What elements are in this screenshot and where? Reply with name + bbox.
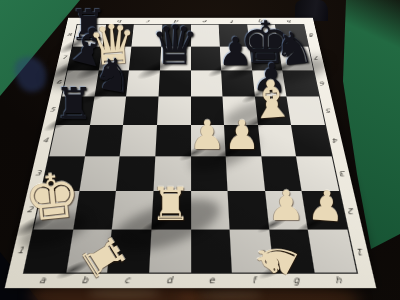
offboard-shadow-blob (11, 52, 51, 96)
square-e2[interactable] (190, 191, 229, 230)
piece-white-rook-d2[interactable]: ♜ (150, 182, 191, 228)
square-d1[interactable] (148, 230, 190, 273)
square-f2[interactable] (227, 191, 268, 230)
square-d4[interactable] (155, 125, 190, 156)
piece-white-king-a2[interactable]: ♚ (22, 164, 84, 232)
file-label-a: a (19, 274, 64, 288)
square-d5[interactable] (156, 96, 190, 125)
piece-white-pawn-f4[interactable]: ♟ (224, 116, 260, 156)
piece-black-knight-b6[interactable]: ♞ (90, 49, 138, 101)
square-h1[interactable] (308, 230, 356, 273)
chess-photo-scene: abcdefgh abcdefgh 87654321 87654321 ♜♝♛♛… (0, 0, 400, 300)
square-a4[interactable] (49, 125, 89, 156)
piece-reflection (200, 289, 262, 300)
file-labels-bottom: abcdefgh (19, 274, 360, 288)
square-e1[interactable] (190, 230, 232, 273)
square-c3[interactable] (116, 156, 155, 191)
square-b4[interactable] (84, 125, 123, 156)
square-b3[interactable] (79, 156, 120, 191)
square-h4[interactable] (291, 125, 331, 156)
piece-white-pawn-g2[interactable]: ♟ (268, 186, 305, 227)
square-e3[interactable] (190, 156, 227, 191)
file-label-e: e (190, 274, 233, 288)
piece-white-pawn-e4[interactable]: ♟ (189, 116, 225, 156)
piece-black-rook-a5[interactable]: ♜ (55, 82, 94, 126)
square-c2[interactable] (112, 191, 153, 230)
piece-white-pawn-h2[interactable]: ♟ (306, 185, 346, 229)
piece-black-queen-d7[interactable]: ♛ (150, 18, 199, 73)
square-c4[interactable] (119, 125, 156, 156)
square-f3[interactable] (225, 156, 264, 191)
file-label-h: h (316, 274, 361, 288)
file-label-d: d (147, 274, 190, 288)
